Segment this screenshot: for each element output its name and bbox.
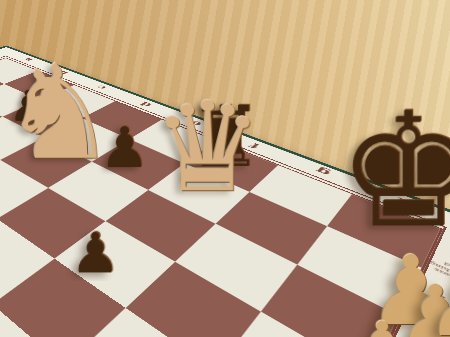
piece-black-king-h8: ♚ bbox=[337, 92, 417, 250]
offboard-piece-white-pawn-3: ♟ bbox=[426, 258, 450, 337]
table-surface: abcdefgh abcdefgh 87654321 87654321 Ches… bbox=[0, 0, 450, 337]
offboard-piece-white-pawn-4: ♟ bbox=[350, 312, 415, 337]
